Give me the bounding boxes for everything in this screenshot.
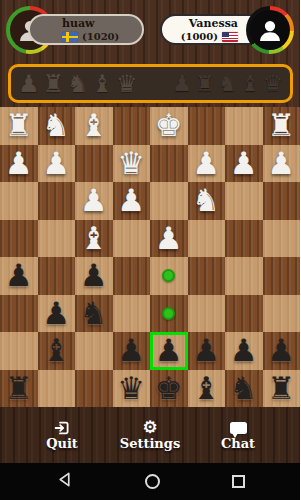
ghost-pawn-icon: ♟ — [18, 72, 40, 96]
white-pawn: ♟ — [117, 185, 145, 216]
square-a6[interactable] — [0, 295, 38, 333]
square-e7[interactable]: ♟ — [150, 332, 188, 370]
android-nav-bar — [0, 463, 300, 500]
black-pawn: ♟ — [267, 335, 295, 366]
square-g4[interactable] — [225, 220, 263, 258]
square-d5[interactable] — [113, 257, 151, 295]
white-knight: ♞ — [42, 110, 70, 141]
recents-icon[interactable] — [232, 475, 245, 488]
square-a1[interactable]: ♜ — [0, 107, 38, 145]
left-player-rating: (1020) — [82, 31, 119, 42]
white-bishop: ♝ — [80, 110, 108, 141]
square-d3[interactable]: ♟ — [113, 182, 151, 220]
square-h8[interactable]: ♜ — [263, 370, 301, 408]
captured-pieces-tray: ♟♜♞♝♛ ♟♜♞♝♛ — [8, 64, 293, 103]
square-e5[interactable] — [150, 257, 188, 295]
black-pawn: ♟ — [117, 335, 145, 366]
square-g7[interactable]: ♟ — [225, 332, 263, 370]
black-pawn: ♟ — [192, 335, 220, 366]
sweden-flag-icon — [62, 32, 78, 42]
chess-board: ♜♞♝♚♜♟♟♛♟♟♟♟♟♞♝♟♟♟♟♞♝♟♟♟♟♟♜♛♚♝♞♜ — [0, 107, 300, 407]
right-avatar — [250, 10, 290, 50]
square-f4[interactable] — [188, 220, 226, 258]
square-h1[interactable]: ♜ — [263, 107, 301, 145]
black-pawn: ♟ — [5, 260, 33, 291]
ghost-bishop-icon: ♝ — [241, 73, 261, 95]
ghost-pawn-icon: ♟ — [172, 73, 192, 95]
move-hint-dot[interactable] — [162, 307, 175, 320]
square-c6[interactable]: ♞ — [75, 295, 113, 333]
square-d2[interactable]: ♛ — [113, 145, 151, 183]
square-c2[interactable] — [75, 145, 113, 183]
white-rook: ♜ — [267, 110, 295, 141]
exit-icon — [54, 419, 70, 436]
quit-label: Quit — [46, 437, 78, 451]
square-c1[interactable]: ♝ — [75, 107, 113, 145]
square-f6[interactable] — [188, 295, 226, 333]
ghost-rook-icon: ♜ — [195, 73, 215, 95]
black-pawn: ♟ — [155, 335, 183, 366]
right-avatar-timer-ring — [246, 6, 294, 54]
ghost-knight-icon: ♞ — [218, 73, 238, 95]
white-knight: ♞ — [192, 185, 220, 216]
square-h5[interactable] — [263, 257, 301, 295]
square-e4[interactable]: ♟ — [150, 220, 188, 258]
square-d4[interactable] — [113, 220, 151, 258]
square-f7[interactable]: ♟ — [188, 332, 226, 370]
black-pawn: ♟ — [80, 260, 108, 291]
right-player-rating: (1000) — [181, 31, 218, 42]
square-h2[interactable]: ♟ — [263, 145, 301, 183]
square-g1[interactable] — [225, 107, 263, 145]
square-d1[interactable] — [113, 107, 151, 145]
square-e6[interactable] — [150, 295, 188, 333]
bottom-bar: Quit ⚙︎ Settings Chat — [0, 407, 300, 463]
square-c5[interactable]: ♟ — [75, 257, 113, 295]
left-player-pill: huaw (1020) — [28, 14, 144, 45]
square-g6[interactable] — [225, 295, 263, 333]
black-queen: ♛ — [117, 373, 145, 404]
white-pawn: ♟ — [267, 148, 295, 179]
captured-black-slots: ♟♜♞♝♛ — [172, 73, 283, 95]
ghost-queen-icon: ♛ — [116, 72, 138, 96]
square-c7[interactable] — [75, 332, 113, 370]
square-b2[interactable]: ♟ — [38, 145, 76, 183]
black-king: ♚ — [155, 373, 183, 404]
chat-label: Chat — [221, 437, 255, 451]
white-king: ♚ — [155, 110, 183, 141]
square-b6[interactable]: ♟ — [38, 295, 76, 333]
square-e2[interactable] — [150, 145, 188, 183]
move-hint-dot[interactable] — [162, 269, 175, 282]
square-f2[interactable]: ♟ — [188, 145, 226, 183]
square-d7[interactable]: ♟ — [113, 332, 151, 370]
square-b8[interactable] — [38, 370, 76, 408]
gear-icon: ⚙︎ — [142, 419, 157, 436]
white-pawn: ♟ — [5, 148, 33, 179]
square-f5[interactable] — [188, 257, 226, 295]
white-pawn: ♟ — [155, 223, 183, 254]
square-e1[interactable]: ♚ — [150, 107, 188, 145]
black-rook: ♜ — [5, 373, 33, 404]
black-bishop: ♝ — [42, 335, 70, 366]
square-a3[interactable] — [0, 182, 38, 220]
square-a2[interactable]: ♟ — [0, 145, 38, 183]
square-a8[interactable]: ♜ — [0, 370, 38, 408]
chess-app-screen: huaw (1020) Vanessa (1000) ♟♜♞♝♛ — [0, 0, 300, 500]
square-b1[interactable]: ♞ — [38, 107, 76, 145]
usa-flag-icon — [222, 32, 238, 42]
black-pawn: ♟ — [230, 335, 258, 366]
square-a4[interactable] — [0, 220, 38, 258]
square-d8[interactable]: ♛ — [113, 370, 151, 408]
person-icon — [256, 16, 284, 44]
square-f3[interactable]: ♞ — [188, 182, 226, 220]
left-player-name: huaw — [62, 18, 136, 30]
black-pawn: ♟ — [42, 298, 70, 329]
square-h6[interactable] — [263, 295, 301, 333]
white-pawn: ♟ — [192, 148, 220, 179]
square-h7[interactable]: ♟ — [263, 332, 301, 370]
home-icon[interactable] — [145, 474, 160, 489]
square-b4[interactable] — [38, 220, 76, 258]
square-e3[interactable] — [150, 182, 188, 220]
white-pawn: ♟ — [80, 185, 108, 216]
ghost-rook-icon: ♜ — [43, 72, 65, 96]
square-a5[interactable]: ♟ — [0, 257, 38, 295]
square-d6[interactable] — [113, 295, 151, 333]
back-icon[interactable] — [56, 471, 73, 492]
black-rook: ♜ — [267, 373, 295, 404]
square-g5[interactable] — [225, 257, 263, 295]
square-c8[interactable] — [75, 370, 113, 408]
square-g8[interactable]: ♞ — [225, 370, 263, 408]
square-b3[interactable] — [38, 182, 76, 220]
black-bishop: ♝ — [192, 373, 220, 404]
square-e8[interactable]: ♚ — [150, 370, 188, 408]
ghost-bishop-icon: ♝ — [92, 72, 114, 96]
square-h4[interactable] — [263, 220, 301, 258]
square-a7[interactable] — [0, 332, 38, 370]
settings-button[interactable]: ⚙︎ Settings — [119, 419, 181, 451]
white-bishop: ♝ — [80, 223, 108, 254]
square-b7[interactable]: ♝ — [38, 332, 76, 370]
square-b5[interactable] — [38, 257, 76, 295]
captured-white-slots: ♟♜♞♝♛ — [18, 72, 138, 96]
black-knight: ♞ — [80, 298, 108, 329]
square-f1[interactable] — [188, 107, 226, 145]
white-pawn: ♟ — [230, 148, 258, 179]
square-f8[interactable]: ♝ — [188, 370, 226, 408]
white-rook: ♜ — [5, 110, 33, 141]
square-c4[interactable]: ♝ — [75, 220, 113, 258]
black-knight: ♞ — [230, 373, 258, 404]
chat-button[interactable]: Chat — [207, 419, 269, 451]
right-player-name: Vanessa — [168, 18, 238, 30]
quit-button[interactable]: Quit — [31, 419, 93, 451]
ghost-queen-icon: ♛ — [263, 73, 283, 95]
white-pawn: ♟ — [42, 148, 70, 179]
white-queen: ♛ — [117, 148, 145, 179]
square-g3[interactable] — [225, 182, 263, 220]
square-c3[interactable]: ♟ — [75, 182, 113, 220]
square-g2[interactable]: ♟ — [225, 145, 263, 183]
chat-bubble-icon — [230, 419, 247, 436]
settings-label: Settings — [120, 437, 180, 451]
square-h3[interactable] — [263, 182, 301, 220]
ghost-knight-icon: ♞ — [67, 72, 89, 96]
